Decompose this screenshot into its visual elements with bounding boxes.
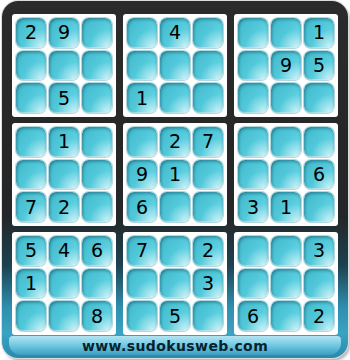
cell-r4c3[interactable] — [82, 127, 112, 157]
cell-r6c1[interactable]: 7 — [16, 192, 46, 222]
cell-r8c5[interactable] — [160, 269, 190, 299]
cell-r3c9[interactable] — [304, 83, 334, 113]
cell-r1c2[interactable]: 9 — [49, 18, 79, 48]
box-8: 7235 — [123, 232, 227, 335]
cell-r7c4[interactable]: 7 — [127, 236, 157, 266]
cell-r4c1[interactable] — [16, 127, 46, 157]
sudoku-board-frame: 295 41 195 172 27916 631 54618 7235 362 … — [2, 1, 348, 358]
cell-r4c8[interactable] — [271, 127, 301, 157]
cell-r4c7[interactable] — [238, 127, 268, 157]
cell-r4c5[interactable]: 2 — [160, 127, 190, 157]
cell-r9c9[interactable]: 2 — [304, 301, 334, 331]
box-2: 41 — [123, 14, 227, 117]
cell-r6c3[interactable] — [82, 192, 112, 222]
cell-r2c7[interactable] — [238, 51, 268, 81]
cell-r9c6[interactable] — [193, 301, 223, 331]
box-7: 54618 — [12, 232, 116, 335]
cell-r6c7[interactable]: 3 — [238, 192, 268, 222]
cell-r6c2[interactable]: 2 — [49, 192, 79, 222]
cell-r1c8[interactable] — [271, 18, 301, 48]
cell-r1c7[interactable] — [238, 18, 268, 48]
cell-r5c1[interactable] — [16, 160, 46, 190]
cell-r9c8[interactable] — [271, 301, 301, 331]
cell-r4c6[interactable]: 7 — [193, 127, 223, 157]
cell-r5c2[interactable] — [49, 160, 79, 190]
cell-r3c3[interactable] — [82, 83, 112, 113]
cell-r9c7[interactable]: 6 — [238, 301, 268, 331]
cell-r2c8[interactable]: 9 — [271, 51, 301, 81]
cell-r7c5[interactable] — [160, 236, 190, 266]
cell-r9c4[interactable] — [127, 301, 157, 331]
cell-r5c5[interactable]: 1 — [160, 160, 190, 190]
cell-r8c1[interactable]: 1 — [16, 269, 46, 299]
cell-r2c5[interactable] — [160, 51, 190, 81]
cell-r6c4[interactable]: 6 — [127, 192, 157, 222]
cell-r3c8[interactable] — [271, 83, 301, 113]
cell-r7c8[interactable] — [271, 236, 301, 266]
cell-r3c1[interactable] — [16, 83, 46, 113]
cell-r1c4[interactable] — [127, 18, 157, 48]
cell-r2c2[interactable] — [49, 51, 79, 81]
cell-r4c2[interactable]: 1 — [49, 127, 79, 157]
cell-r9c1[interactable] — [16, 301, 46, 331]
cell-r1c6[interactable] — [193, 18, 223, 48]
cell-r5c7[interactable] — [238, 160, 268, 190]
cell-r8c4[interactable] — [127, 269, 157, 299]
site-url[interactable]: www.sudokusweb.com — [82, 338, 268, 354]
cell-r8c9[interactable] — [304, 269, 334, 299]
cell-r9c3[interactable]: 8 — [82, 301, 112, 331]
cell-r6c6[interactable] — [193, 192, 223, 222]
box-5: 27916 — [123, 123, 227, 226]
cell-r7c7[interactable] — [238, 236, 268, 266]
cell-r8c8[interactable] — [271, 269, 301, 299]
cell-r3c2[interactable]: 5 — [49, 83, 79, 113]
cell-r8c2[interactable] — [49, 269, 79, 299]
cell-r5c3[interactable] — [82, 160, 112, 190]
cell-r8c7[interactable] — [238, 269, 268, 299]
box-9: 362 — [234, 232, 338, 335]
box-4: 172 — [12, 123, 116, 226]
cell-r7c2[interactable]: 4 — [49, 236, 79, 266]
cell-r9c2[interactable] — [49, 301, 79, 331]
cell-r2c1[interactable] — [16, 51, 46, 81]
cell-r5c6[interactable] — [193, 160, 223, 190]
sudoku-grid: 295 41 195 172 27916 631 54618 7235 362 — [12, 14, 338, 335]
cell-r4c4[interactable] — [127, 127, 157, 157]
cell-r7c3[interactable]: 6 — [82, 236, 112, 266]
cell-r5c9[interactable]: 6 — [304, 160, 334, 190]
cell-r3c7[interactable] — [238, 83, 268, 113]
cell-r2c6[interactable] — [193, 51, 223, 81]
cell-r7c1[interactable]: 5 — [16, 236, 46, 266]
cell-r1c5[interactable]: 4 — [160, 18, 190, 48]
cell-r3c4[interactable]: 1 — [127, 83, 157, 113]
box-6: 631 — [234, 123, 338, 226]
cell-r7c9[interactable]: 3 — [304, 236, 334, 266]
cell-r3c6[interactable] — [193, 83, 223, 113]
cell-r2c4[interactable] — [127, 51, 157, 81]
footer-bar: www.sudokusweb.com — [9, 336, 341, 355]
cell-r8c6[interactable]: 3 — [193, 269, 223, 299]
cell-r7c6[interactable]: 2 — [193, 236, 223, 266]
cell-r2c9[interactable]: 5 — [304, 51, 334, 81]
cell-r4c9[interactable] — [304, 127, 334, 157]
cell-r1c3[interactable] — [82, 18, 112, 48]
cell-r6c5[interactable] — [160, 192, 190, 222]
cell-r9c5[interactable]: 5 — [160, 301, 190, 331]
cell-r1c1[interactable]: 2 — [16, 18, 46, 48]
cell-r3c5[interactable] — [160, 83, 190, 113]
cell-r8c3[interactable] — [82, 269, 112, 299]
cell-r2c3[interactable] — [82, 51, 112, 81]
cell-r1c9[interactable]: 1 — [304, 18, 334, 48]
box-3: 195 — [234, 14, 338, 117]
box-1: 295 — [12, 14, 116, 117]
cell-r6c8[interactable]: 1 — [271, 192, 301, 222]
cell-r5c4[interactable]: 9 — [127, 160, 157, 190]
cell-r5c8[interactable] — [271, 160, 301, 190]
cell-r6c9[interactable] — [304, 192, 334, 222]
